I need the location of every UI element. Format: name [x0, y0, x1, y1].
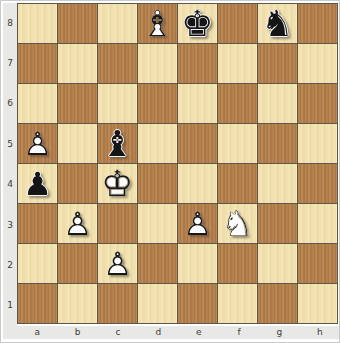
- square-c6[interactable]: [98, 84, 137, 123]
- square-a3[interactable]: [18, 204, 57, 243]
- file-label-g: g: [259, 326, 299, 339]
- file-label-f: f: [219, 326, 259, 339]
- square-a1[interactable]: [18, 284, 57, 323]
- rank-label-6: 6: [3, 84, 17, 124]
- square-b8[interactable]: [58, 4, 97, 43]
- square-d8[interactable]: ♝♗: [138, 4, 177, 43]
- square-f6[interactable]: [218, 84, 257, 123]
- square-d5[interactable]: [138, 124, 177, 163]
- file-label-b: b: [57, 326, 97, 339]
- white-pawn-b3[interactable]: ♟♙: [58, 204, 97, 243]
- black-knight-g8[interactable]: ♞: [258, 4, 297, 43]
- square-g2[interactable]: [258, 244, 297, 283]
- file-label-c: c: [98, 326, 138, 339]
- square-h7[interactable]: [298, 44, 337, 83]
- black-bishop-c5[interactable]: ♝: [98, 124, 137, 163]
- square-g1[interactable]: [258, 284, 297, 323]
- square-d4[interactable]: [138, 164, 177, 203]
- square-h2[interactable]: [298, 244, 337, 283]
- white-piece-outline: ♔: [98, 164, 137, 203]
- white-piece-outline: ♙: [98, 244, 137, 283]
- file-label-e: e: [179, 326, 219, 339]
- square-h6[interactable]: [298, 84, 337, 123]
- square-b7[interactable]: [58, 44, 97, 83]
- square-e1[interactable]: [178, 284, 217, 323]
- square-f7[interactable]: [218, 44, 257, 83]
- file-label-a: a: [17, 326, 57, 339]
- file-label-d: d: [138, 326, 178, 339]
- square-g3[interactable]: [258, 204, 297, 243]
- square-g5[interactable]: [258, 124, 297, 163]
- square-f4[interactable]: [218, 164, 257, 203]
- square-h1[interactable]: [298, 284, 337, 323]
- square-c2[interactable]: ♟♙: [98, 244, 137, 283]
- file-coordinates: abcdefgh: [3, 326, 340, 339]
- square-e4[interactable]: [178, 164, 217, 203]
- chess-board: ♝♗♚♞♟♙♝♟♚♔♟♙♟♙♞♘♟♙: [17, 3, 338, 324]
- white-pawn-a5[interactable]: ♟♙: [18, 124, 57, 163]
- square-a2[interactable]: [18, 244, 57, 283]
- square-c5[interactable]: ♝: [98, 124, 137, 163]
- black-king-e8[interactable]: ♚: [178, 4, 217, 43]
- square-b2[interactable]: [58, 244, 97, 283]
- square-a5[interactable]: ♟♙: [18, 124, 57, 163]
- rank-coordinates: 87654321: [3, 3, 17, 326]
- white-bishop-d8[interactable]: ♝♗: [138, 4, 177, 43]
- black-piece-glyph: ♟: [18, 164, 57, 203]
- white-piece-outline: ♙: [178, 204, 217, 243]
- white-piece-outline: ♗: [138, 4, 177, 43]
- square-h8[interactable]: [298, 4, 337, 43]
- square-a4[interactable]: ♟: [18, 164, 57, 203]
- white-piece-outline: ♙: [18, 124, 57, 163]
- square-a6[interactable]: [18, 84, 57, 123]
- rank-label-5: 5: [3, 124, 17, 164]
- square-f3[interactable]: ♞♘: [218, 204, 257, 243]
- rank-label-2: 2: [3, 245, 17, 285]
- square-g6[interactable]: [258, 84, 297, 123]
- square-b4[interactable]: [58, 164, 97, 203]
- square-c7[interactable]: [98, 44, 137, 83]
- square-g7[interactable]: [258, 44, 297, 83]
- white-king-c4[interactable]: ♚♔: [98, 164, 137, 203]
- square-d2[interactable]: [138, 244, 177, 283]
- black-piece-glyph: ♝: [98, 124, 137, 163]
- square-h4[interactable]: [298, 164, 337, 203]
- rank-label-8: 8: [3, 3, 17, 43]
- square-b3[interactable]: ♟♙: [58, 204, 97, 243]
- square-f5[interactable]: [218, 124, 257, 163]
- square-g4[interactable]: [258, 164, 297, 203]
- square-b5[interactable]: [58, 124, 97, 163]
- square-a8[interactable]: [18, 4, 57, 43]
- square-h5[interactable]: [298, 124, 337, 163]
- square-f8[interactable]: [218, 4, 257, 43]
- square-c1[interactable]: [98, 284, 137, 323]
- square-d1[interactable]: [138, 284, 177, 323]
- file-coords-row: abcdefgh: [17, 326, 340, 339]
- black-piece-glyph: ♚: [178, 4, 217, 43]
- square-b1[interactable]: [58, 284, 97, 323]
- square-e6[interactable]: [178, 84, 217, 123]
- white-knight-f3[interactable]: ♞♘: [218, 204, 257, 243]
- square-d3[interactable]: [138, 204, 177, 243]
- square-a7[interactable]: [18, 44, 57, 83]
- square-c8[interactable]: [98, 4, 137, 43]
- square-b6[interactable]: [58, 84, 97, 123]
- rank-label-1: 1: [3, 286, 17, 326]
- white-pawn-c2[interactable]: ♟♙: [98, 244, 137, 283]
- square-e5[interactable]: [178, 124, 217, 163]
- square-d6[interactable]: [138, 84, 177, 123]
- square-e7[interactable]: [178, 44, 217, 83]
- corner-spacer: [3, 326, 17, 339]
- black-pawn-a4[interactable]: ♟: [18, 164, 57, 203]
- square-d7[interactable]: [138, 44, 177, 83]
- rank-label-7: 7: [3, 43, 17, 83]
- rank-label-3: 3: [3, 205, 17, 245]
- white-pawn-e3[interactable]: ♟♙: [178, 204, 217, 243]
- square-f1[interactable]: [218, 284, 257, 323]
- square-h3[interactable]: [298, 204, 337, 243]
- square-c4[interactable]: ♚♔: [98, 164, 137, 203]
- white-piece-outline: ♙: [58, 204, 97, 243]
- chess-diagram: 87654321 abcdefgh ♝♗♚♞♟♙♝♟♚♔♟♙♟♙♞♘♟♙: [0, 0, 340, 343]
- square-e2[interactable]: [178, 244, 217, 283]
- square-f2[interactable]: [218, 244, 257, 283]
- white-piece-outline: ♘: [218, 204, 257, 243]
- square-g8[interactable]: ♞: [258, 4, 297, 43]
- file-label-h: h: [300, 326, 340, 339]
- square-c3[interactable]: [98, 204, 137, 243]
- square-e3[interactable]: ♟♙: [178, 204, 217, 243]
- square-e8[interactable]: ♚: [178, 4, 217, 43]
- rank-label-4: 4: [3, 165, 17, 205]
- black-piece-glyph: ♞: [258, 4, 297, 43]
